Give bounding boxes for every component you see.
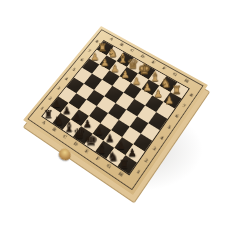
piece-black-rook: ♜: [117, 158, 131, 170]
file-label-f: F: [161, 67, 166, 72]
rank-label-4: 4: [159, 136, 164, 141]
piece-white-pawn: ♟: [163, 95, 176, 105]
rank-label-6: 6: [174, 114, 179, 119]
file-label-e: E: [83, 149, 89, 155]
file-label-e: E: [150, 61, 155, 66]
rank-label-6: 6: [79, 58, 84, 63]
file-label-h: H: [117, 172, 124, 178]
file-label-h: H: [183, 79, 189, 84]
file-label-f: F: [94, 157, 100, 163]
file-label-d: D: [139, 55, 145, 60]
rank-label-3: 3: [151, 147, 156, 153]
file-label-g: G: [172, 73, 178, 78]
rank-label-5: 5: [71, 67, 76, 72]
file-label-d: D: [72, 142, 78, 148]
file-label-c: C: [61, 135, 67, 141]
file-label-a: A: [41, 121, 47, 126]
rank-label-3: 3: [55, 87, 60, 92]
file-label-a: A: [109, 37, 114, 41]
rank-label-5: 5: [166, 125, 171, 130]
rank-label-8: 8: [188, 93, 193, 98]
file-label-b: B: [51, 128, 57, 134]
file-label-g: G: [105, 164, 111, 170]
photo-background: ABCDEFGH ABCDEFGH 87654321 87654321 ♜♞♝♛…: [0, 0, 228, 228]
rank-label-1: 1: [135, 170, 141, 176]
file-label-c: C: [129, 49, 134, 54]
file-label-b: B: [119, 43, 124, 48]
rank-label-2: 2: [143, 158, 148, 164]
rank-label-7: 7: [181, 104, 186, 109]
rank-label-4: 4: [63, 77, 68, 82]
